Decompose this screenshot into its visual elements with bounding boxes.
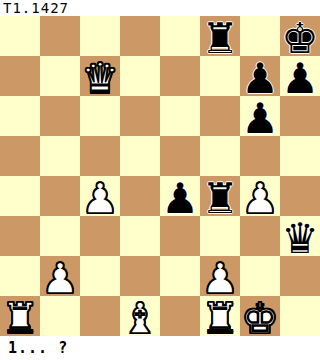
square-d2[interactable] [120, 256, 160, 296]
square-c4[interactable]: ♟ [80, 176, 120, 216]
square-b3[interactable] [40, 216, 80, 256]
square-f5[interactable] [200, 136, 240, 176]
title-bar: T1.1427 [0, 0, 320, 16]
square-g1[interactable]: ♚ [240, 296, 280, 336]
square-h7[interactable]: ♟ [280, 56, 320, 96]
square-c7[interactable]: ♛ [80, 56, 120, 96]
square-d3[interactable] [120, 216, 160, 256]
square-f4[interactable]: ♜ [200, 176, 240, 216]
piece-wp-c4: ♟ [81, 178, 119, 220]
square-e1[interactable] [160, 296, 200, 336]
square-c5[interactable] [80, 136, 120, 176]
piece-wb-d1: ♝ [121, 298, 159, 340]
square-e6[interactable] [160, 96, 200, 136]
square-a7[interactable] [0, 56, 40, 96]
piece-wr-a1: ♜ [1, 298, 39, 340]
square-d6[interactable] [120, 96, 160, 136]
square-h3[interactable]: ♛ [280, 216, 320, 256]
square-b2[interactable]: ♟ [40, 256, 80, 296]
square-b7[interactable] [40, 56, 80, 96]
square-d4[interactable] [120, 176, 160, 216]
square-e5[interactable] [160, 136, 200, 176]
square-c1[interactable] [80, 296, 120, 336]
square-g7[interactable]: ♟ [240, 56, 280, 96]
square-e7[interactable] [160, 56, 200, 96]
square-b8[interactable] [40, 16, 80, 56]
square-a8[interactable] [0, 16, 40, 56]
square-d8[interactable] [120, 16, 160, 56]
square-g4[interactable]: ♟ [240, 176, 280, 216]
square-g2[interactable] [240, 256, 280, 296]
square-h8[interactable]: ♚ [280, 16, 320, 56]
square-h4[interactable] [280, 176, 320, 216]
square-e8[interactable] [160, 16, 200, 56]
square-g6[interactable]: ♟ [240, 96, 280, 136]
square-b6[interactable] [40, 96, 80, 136]
puzzle-id: T1.1427 [3, 0, 69, 16]
square-e2[interactable] [160, 256, 200, 296]
square-d5[interactable] [120, 136, 160, 176]
square-c2[interactable] [80, 256, 120, 296]
piece-bp-g6: ♟ [241, 98, 279, 140]
square-h1[interactable] [280, 296, 320, 336]
square-e4[interactable]: ♟ [160, 176, 200, 216]
square-a3[interactable] [0, 216, 40, 256]
square-f2[interactable]: ♟ [200, 256, 240, 296]
square-d7[interactable] [120, 56, 160, 96]
square-f6[interactable] [200, 96, 240, 136]
piece-bq-h3: ♛ [281, 218, 319, 260]
square-g8[interactable] [240, 16, 280, 56]
board: ♜♚♛♟♟♟♟♟♜♟♛♟♟♜♝♜♚ [0, 16, 320, 336]
square-d1[interactable]: ♝ [120, 296, 160, 336]
piece-bp-h7: ♟ [281, 58, 319, 100]
square-f1[interactable]: ♜ [200, 296, 240, 336]
piece-wp-g4: ♟ [241, 178, 279, 220]
square-a5[interactable] [0, 136, 40, 176]
piece-wk-g1: ♚ [241, 298, 279, 340]
piece-wr-f1: ♜ [201, 298, 239, 340]
piece-wp-b2: ♟ [41, 258, 79, 300]
piece-br-f8: ♜ [201, 18, 239, 60]
piece-bp-e4: ♟ [161, 178, 199, 220]
square-b5[interactable] [40, 136, 80, 176]
square-b4[interactable] [40, 176, 80, 216]
square-a6[interactable] [0, 96, 40, 136]
square-a2[interactable] [0, 256, 40, 296]
square-c8[interactable] [80, 16, 120, 56]
square-f8[interactable]: ♜ [200, 16, 240, 56]
square-h5[interactable] [280, 136, 320, 176]
square-a4[interactable] [0, 176, 40, 216]
piece-br-f4: ♜ [201, 178, 239, 220]
square-a1[interactable]: ♜ [0, 296, 40, 336]
piece-wq-c7: ♛ [81, 58, 119, 100]
